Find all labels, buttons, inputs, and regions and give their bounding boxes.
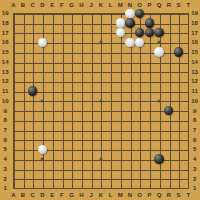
intersection-T16[interactable] [183,38,193,48]
intersection-O5[interactable] [135,145,145,155]
intersection-E16[interactable] [47,38,57,48]
intersection-H10[interactable] [76,96,86,106]
intersection-J10[interactable] [86,96,96,106]
intersection-E2[interactable] [47,174,57,184]
intersection-N5[interactable] [125,145,135,155]
intersection-M13[interactable] [115,67,125,77]
intersection-J18[interactable] [86,18,96,28]
intersection-B1[interactable] [18,183,28,193]
intersection-E11[interactable] [47,86,57,96]
intersection-M17[interactable]: ● [115,28,125,38]
intersection-Q12[interactable] [154,76,164,86]
intersection-L10[interactable] [106,96,116,106]
intersection-J17[interactable] [86,28,96,38]
intersection-O9[interactable] [135,106,145,116]
intersection-N11[interactable] [125,86,135,96]
intersection-G2[interactable] [67,174,77,184]
intersection-H3[interactable] [76,164,86,174]
intersection-R13[interactable] [164,67,174,77]
intersection-A4[interactable] [8,154,18,164]
intersection-K10[interactable] [96,96,106,106]
intersection-G3[interactable] [67,164,77,174]
intersection-D5[interactable]: ● [38,145,48,155]
intersection-O14[interactable] [135,57,145,67]
intersection-N4[interactable] [125,154,135,164]
intersection-N15[interactable] [125,47,135,57]
intersection-P3[interactable] [145,164,155,174]
intersection-R6[interactable] [164,135,174,145]
intersection-L19[interactable] [106,8,116,18]
intersection-D14[interactable] [38,57,48,67]
intersection-P4[interactable] [145,154,155,164]
intersection-A10[interactable] [8,96,18,106]
intersection-C14[interactable] [28,57,38,67]
intersection-E7[interactable] [47,125,57,135]
intersection-C8[interactable] [28,115,38,125]
intersection-H11[interactable] [76,86,86,96]
intersection-R12[interactable] [164,76,174,86]
intersection-F14[interactable] [57,57,67,67]
intersection-H6[interactable] [76,135,86,145]
intersection-M16[interactable] [115,38,125,48]
intersection-K1[interactable] [96,183,106,193]
intersection-T12[interactable] [183,76,193,86]
intersection-G5[interactable] [67,145,77,155]
intersection-L8[interactable] [106,115,116,125]
intersection-Q3[interactable] [154,164,164,174]
intersection-F17[interactable] [57,28,67,38]
intersection-G14[interactable] [67,57,77,67]
intersection-G13[interactable] [67,67,77,77]
intersection-A1[interactable] [8,183,18,193]
intersection-K3[interactable] [96,164,106,174]
intersection-C7[interactable] [28,125,38,135]
intersection-T6[interactable] [183,135,193,145]
intersection-Q2[interactable] [154,174,164,184]
intersection-S17[interactable] [174,28,184,38]
intersection-L3[interactable] [106,164,116,174]
intersection-J13[interactable] [86,67,96,77]
intersection-A3[interactable] [8,164,18,174]
intersection-S3[interactable] [174,164,184,174]
intersection-K2[interactable] [96,174,106,184]
intersection-P12[interactable] [145,76,155,86]
intersection-M9[interactable] [115,106,125,116]
intersection-N14[interactable] [125,57,135,67]
intersection-M11[interactable] [115,86,125,96]
intersection-J16[interactable] [86,38,96,48]
intersection-G7[interactable] [67,125,77,135]
intersection-G11[interactable] [67,86,77,96]
intersection-O7[interactable] [135,125,145,135]
intersection-J3[interactable] [86,164,96,174]
intersection-M1[interactable] [115,183,125,193]
intersection-G12[interactable] [67,76,77,86]
intersection-N1[interactable] [125,183,135,193]
intersection-D7[interactable] [38,125,48,135]
intersection-A14[interactable] [8,57,18,67]
intersection-N6[interactable] [125,135,135,145]
intersection-T17[interactable] [183,28,193,38]
intersection-N13[interactable] [125,67,135,77]
intersection-Q17[interactable]: ● [154,28,164,38]
intersection-K14[interactable] [96,57,106,67]
intersection-M8[interactable] [115,115,125,125]
intersection-L6[interactable] [106,135,116,145]
intersection-T8[interactable] [183,115,193,125]
intersection-T7[interactable] [183,125,193,135]
intersection-S2[interactable] [174,174,184,184]
intersection-N18[interactable]: ● [125,18,135,28]
intersection-O4[interactable] [135,154,145,164]
intersection-S14[interactable] [174,57,184,67]
intersection-J1[interactable] [86,183,96,193]
intersection-D11[interactable] [38,86,48,96]
intersection-F6[interactable] [57,135,67,145]
intersection-D15[interactable] [38,47,48,57]
intersection-A9[interactable] [8,106,18,116]
intersection-B8[interactable] [18,115,28,125]
intersection-R16[interactable] [164,38,174,48]
intersection-H12[interactable] [76,76,86,86]
intersection-C16[interactable] [28,38,38,48]
intersection-P5[interactable] [145,145,155,155]
intersection-B10[interactable] [18,96,28,106]
intersection-L2[interactable] [106,174,116,184]
intersection-T5[interactable] [183,145,193,155]
intersection-Q14[interactable] [154,57,164,67]
intersection-L13[interactable] [106,67,116,77]
intersection-T14[interactable] [183,57,193,67]
intersection-T4[interactable] [183,154,193,164]
intersection-B13[interactable] [18,67,28,77]
intersection-N2[interactable] [125,174,135,184]
intersection-Q4[interactable]: ● [154,154,164,164]
intersection-H17[interactable] [76,28,86,38]
intersection-L1[interactable] [106,183,116,193]
intersection-M5[interactable] [115,145,125,155]
intersection-T3[interactable] [183,164,193,174]
intersection-S19[interactable] [174,8,184,18]
intersection-A2[interactable] [8,174,18,184]
intersection-M3[interactable] [115,164,125,174]
intersection-H14[interactable] [76,57,86,67]
intersection-R18[interactable] [164,18,174,28]
intersection-C1[interactable] [28,183,38,193]
intersection-R11[interactable] [164,86,174,96]
intersection-G16[interactable] [67,38,77,48]
intersection-A8[interactable] [8,115,18,125]
intersection-N3[interactable] [125,164,135,174]
intersection-J14[interactable] [86,57,96,67]
intersection-L14[interactable] [106,57,116,67]
intersection-J2[interactable] [86,174,96,184]
intersection-K15[interactable] [96,47,106,57]
intersection-O13[interactable] [135,67,145,77]
intersection-A16[interactable] [8,38,18,48]
intersection-H4[interactable] [76,154,86,164]
intersection-B6[interactable] [18,135,28,145]
intersection-F15[interactable] [57,47,67,57]
intersection-E9[interactable] [47,106,57,116]
intersection-A11[interactable] [8,86,18,96]
intersection-S5[interactable] [174,145,184,155]
intersection-B19[interactable] [18,8,28,18]
intersection-Q1[interactable] [154,183,164,193]
intersection-Q9[interactable] [154,106,164,116]
intersection-D9[interactable] [38,106,48,116]
intersection-L17[interactable] [106,28,116,38]
intersection-G10[interactable] [67,96,77,106]
intersection-H9[interactable] [76,106,86,116]
intersection-Q10[interactable] [154,96,164,106]
intersection-D4[interactable] [38,154,48,164]
intersection-K18[interactable] [96,18,106,28]
intersection-D8[interactable] [38,115,48,125]
intersection-T2[interactable] [183,174,193,184]
intersection-O8[interactable] [135,115,145,125]
intersection-B4[interactable] [18,154,28,164]
intersection-F1[interactable] [57,183,67,193]
intersection-S13[interactable] [174,67,184,77]
intersection-E5[interactable] [47,145,57,155]
intersection-S7[interactable] [174,125,184,135]
intersection-P14[interactable] [145,57,155,67]
intersection-P1[interactable] [145,183,155,193]
intersection-O19[interactable]: ● [135,8,145,18]
intersection-Q6[interactable] [154,135,164,145]
intersection-P7[interactable] [145,125,155,135]
intersection-E3[interactable] [47,164,57,174]
intersection-F8[interactable] [57,115,67,125]
intersection-L12[interactable] [106,76,116,86]
intersection-K12[interactable] [96,76,106,86]
intersection-B15[interactable] [18,47,28,57]
intersection-R5[interactable] [164,145,174,155]
intersection-D10[interactable] [38,96,48,106]
intersection-R7[interactable] [164,125,174,135]
intersection-K7[interactable] [96,125,106,135]
intersection-R19[interactable] [164,8,174,18]
intersection-B11[interactable] [18,86,28,96]
intersection-K8[interactable] [96,115,106,125]
intersection-P6[interactable] [145,135,155,145]
intersection-R4[interactable] [164,154,174,164]
intersection-B16[interactable] [18,38,28,48]
intersection-F10[interactable] [57,96,67,106]
intersection-J7[interactable] [86,125,96,135]
intersection-H13[interactable] [76,67,86,77]
intersection-P11[interactable] [145,86,155,96]
intersection-K11[interactable] [96,86,106,96]
intersection-M2[interactable] [115,174,125,184]
intersection-M4[interactable] [115,154,125,164]
intersection-F11[interactable] [57,86,67,96]
intersection-S4[interactable] [174,154,184,164]
intersection-G9[interactable] [67,106,77,116]
intersection-D12[interactable] [38,76,48,86]
intersection-F5[interactable] [57,145,67,155]
intersection-F16[interactable] [57,38,67,48]
intersection-T15[interactable] [183,47,193,57]
intersection-O12[interactable] [135,76,145,86]
intersection-K6[interactable] [96,135,106,145]
intersection-B9[interactable] [18,106,28,116]
intersection-N16[interactable]: ● [125,38,135,48]
intersection-M6[interactable] [115,135,125,145]
intersection-P17[interactable]: ● [145,28,155,38]
intersection-L7[interactable] [106,125,116,135]
intersection-C10[interactable] [28,96,38,106]
intersection-D18[interactable] [38,18,48,28]
intersection-B14[interactable] [18,57,28,67]
intersection-G19[interactable] [67,8,77,18]
intersection-S6[interactable] [174,135,184,145]
intersection-F13[interactable] [57,67,67,77]
intersection-F3[interactable] [57,164,67,174]
intersection-K19[interactable] [96,8,106,18]
intersection-F4[interactable] [57,154,67,164]
intersection-L9[interactable] [106,106,116,116]
intersection-L15[interactable] [106,47,116,57]
intersection-R14[interactable] [164,57,174,67]
intersection-C13[interactable] [28,67,38,77]
intersection-S12[interactable] [174,76,184,86]
intersection-S9[interactable] [174,106,184,116]
intersection-H19[interactable] [76,8,86,18]
intersection-A7[interactable] [8,125,18,135]
intersection-Q19[interactable] [154,8,164,18]
intersection-D13[interactable] [38,67,48,77]
intersection-N10[interactable] [125,96,135,106]
intersection-J6[interactable] [86,135,96,145]
intersection-S1[interactable] [174,183,184,193]
intersection-S18[interactable] [174,18,184,28]
intersection-J15[interactable] [86,47,96,57]
intersection-P9[interactable] [145,106,155,116]
intersection-P8[interactable] [145,115,155,125]
intersection-A15[interactable] [8,47,18,57]
intersection-L11[interactable] [106,86,116,96]
intersection-J5[interactable] [86,145,96,155]
intersection-H5[interactable] [76,145,86,155]
intersection-M10[interactable] [115,96,125,106]
intersection-P10[interactable] [145,96,155,106]
intersection-E8[interactable] [47,115,57,125]
intersection-O6[interactable] [135,135,145,145]
intersection-S8[interactable] [174,115,184,125]
intersection-R17[interactable] [164,28,174,38]
intersection-E1[interactable] [47,183,57,193]
intersection-G15[interactable] [67,47,77,57]
intersection-B2[interactable] [18,174,28,184]
intersection-S10[interactable] [174,96,184,106]
intersection-J11[interactable] [86,86,96,96]
intersection-C9[interactable] [28,106,38,116]
intersection-Q15[interactable]: ● [154,47,164,57]
intersection-A5[interactable] [8,145,18,155]
intersection-H8[interactable] [76,115,86,125]
intersection-M7[interactable] [115,125,125,135]
intersection-C3[interactable] [28,164,38,174]
intersection-F12[interactable] [57,76,67,86]
intersection-L4[interactable] [106,154,116,164]
intersection-R8[interactable] [164,115,174,125]
intersection-J19[interactable] [86,8,96,18]
intersection-C15[interactable] [28,47,38,57]
intersection-M15[interactable] [115,47,125,57]
intersection-C17[interactable] [28,28,38,38]
intersection-F2[interactable] [57,174,67,184]
intersection-O10[interactable] [135,96,145,106]
intersection-F19[interactable] [57,8,67,18]
intersection-D2[interactable] [38,174,48,184]
intersection-J9[interactable] [86,106,96,116]
intersection-N8[interactable] [125,115,135,125]
intersection-G18[interactable] [67,18,77,28]
intersection-H2[interactable] [76,174,86,184]
intersection-P13[interactable] [145,67,155,77]
intersection-C18[interactable] [28,18,38,28]
intersection-H15[interactable] [76,47,86,57]
intersection-T18[interactable] [183,18,193,28]
intersection-L5[interactable] [106,145,116,155]
intersection-A17[interactable] [8,28,18,38]
intersection-H16[interactable] [76,38,86,48]
intersection-C5[interactable] [28,145,38,155]
intersection-C6[interactable] [28,135,38,145]
intersection-K17[interactable] [96,28,106,38]
intersection-K4[interactable] [96,154,106,164]
intersection-O2[interactable] [135,174,145,184]
intersection-R2[interactable] [164,174,174,184]
intersection-N7[interactable] [125,125,135,135]
intersection-Q13[interactable] [154,67,164,77]
intersection-R9[interactable]: ● [164,106,174,116]
intersection-Q8[interactable] [154,115,164,125]
intersection-E17[interactable] [47,28,57,38]
intersection-S15[interactable]: ● [174,47,184,57]
intersection-Q11[interactable] [154,86,164,96]
intersection-E15[interactable] [47,47,57,57]
intersection-H18[interactable] [76,18,86,28]
intersection-P15[interactable] [145,47,155,57]
intersection-K13[interactable] [96,67,106,77]
intersection-A18[interactable] [8,18,18,28]
intersection-D1[interactable] [38,183,48,193]
intersection-J4[interactable] [86,154,96,164]
intersection-K5[interactable] [96,145,106,155]
intersection-E14[interactable] [47,57,57,67]
intersection-P2[interactable] [145,174,155,184]
intersection-B17[interactable] [18,28,28,38]
intersection-B12[interactable] [18,76,28,86]
intersection-E4[interactable] [47,154,57,164]
intersection-D19[interactable] [38,8,48,18]
intersection-N12[interactable] [125,76,135,86]
intersection-P16[interactable] [145,38,155,48]
intersection-O11[interactable] [135,86,145,96]
intersection-R3[interactable] [164,164,174,174]
intersection-B18[interactable] [18,18,28,28]
intersection-M12[interactable] [115,76,125,86]
intersection-G8[interactable] [67,115,77,125]
intersection-O3[interactable] [135,164,145,174]
intersection-K9[interactable] [96,106,106,116]
intersection-A12[interactable] [8,76,18,86]
intersection-L16[interactable] [106,38,116,48]
intersection-O1[interactable] [135,183,145,193]
